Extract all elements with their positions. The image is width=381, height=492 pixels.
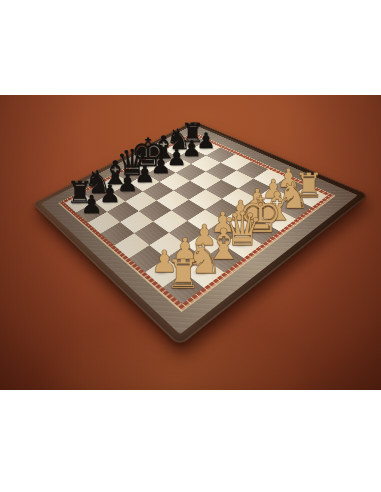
image-canvas: ♜♞♝♛♚♝♞♜♟♟♟♟♟♟♟♟♟♟♟♟♟♟♟♟♜♞♝♛♚♝♞♜ <box>0 0 381 492</box>
white-margin-top <box>0 0 381 95</box>
white-margin-bottom <box>0 390 381 492</box>
chess-photo: ♜♞♝♛♚♝♞♜♟♟♟♟♟♟♟♟♟♟♟♟♟♟♟♟♜♞♝♛♚♝♞♜ <box>0 95 381 390</box>
board-wrapper <box>0 95 381 390</box>
chess-board <box>8 111 381 384</box>
